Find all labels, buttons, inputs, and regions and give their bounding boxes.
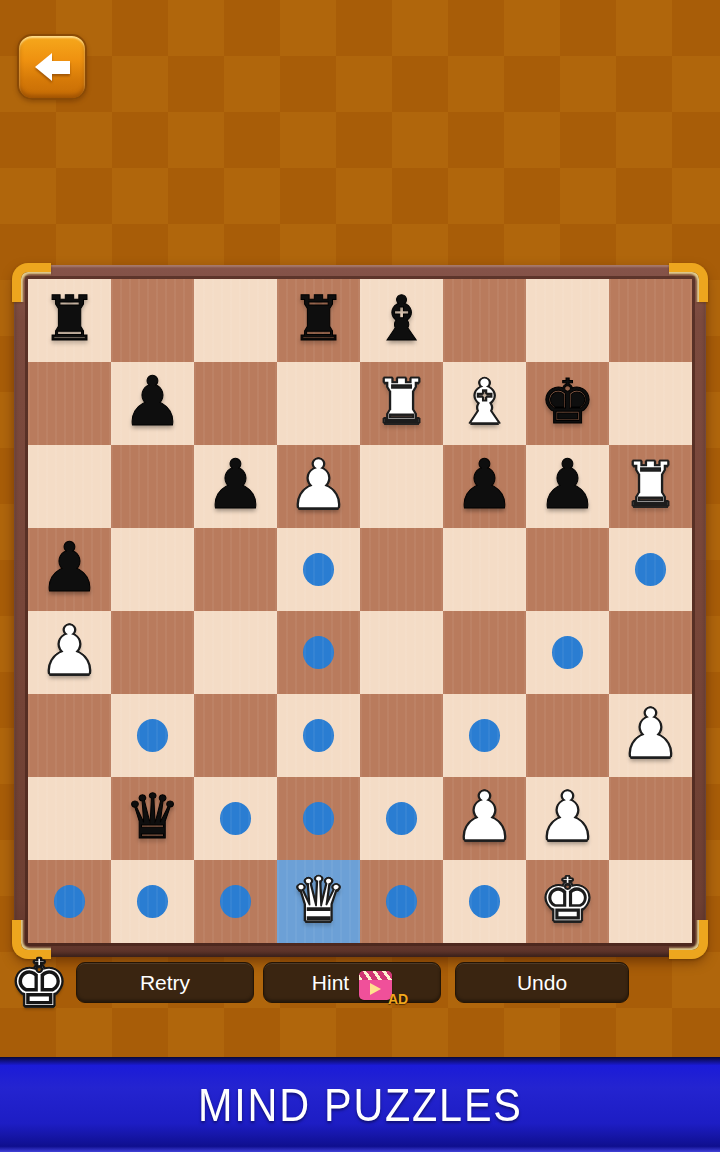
square-b3[interactable] <box>111 694 194 777</box>
piece-black-pawn: ♟ <box>537 451 598 519</box>
square-a2[interactable] <box>28 777 111 860</box>
piece-white-king: ♚ <box>540 869 596 931</box>
square-e1[interactable] <box>360 860 443 943</box>
retry-button[interactable]: Retry <box>76 962 254 1003</box>
legal-move-dot-h5 <box>635 553 666 586</box>
square-g5[interactable] <box>526 528 609 611</box>
piece-white-queen: ♛ <box>291 869 347 931</box>
legal-move-dot-c2 <box>220 802 251 835</box>
square-g4[interactable] <box>526 611 609 694</box>
square-h4[interactable] <box>609 611 692 694</box>
square-d7[interactable] <box>277 362 360 445</box>
square-b4[interactable] <box>111 611 194 694</box>
piece-black-bishop: ♝ <box>374 288 430 350</box>
piece-black-queen: ♛ <box>125 786 181 848</box>
square-a6[interactable] <box>28 445 111 528</box>
square-f6[interactable]: ♟ <box>443 445 526 528</box>
square-h1[interactable] <box>609 860 692 943</box>
legal-move-dot-b3 <box>137 719 168 752</box>
square-h6[interactable]: ♜ <box>609 445 692 528</box>
piece-black-rook: ♜ <box>291 288 347 350</box>
square-d6[interactable]: ♟ <box>277 445 360 528</box>
square-d3[interactable] <box>277 694 360 777</box>
piece-white-pawn: ♟ <box>454 783 515 851</box>
square-f4[interactable] <box>443 611 526 694</box>
banner-title: MIND PUZZLES <box>198 1077 522 1132</box>
square-g6[interactable]: ♟ <box>526 445 609 528</box>
piece-white-rook: ♜ <box>623 454 679 516</box>
legal-move-dot-e2 <box>386 802 417 835</box>
square-e7[interactable]: ♜ <box>360 362 443 445</box>
square-a8[interactable]: ♜ <box>28 279 111 362</box>
square-e3[interactable] <box>360 694 443 777</box>
square-e8[interactable]: ♝ <box>360 279 443 362</box>
clapperboard-stripes-icon <box>359 971 392 980</box>
legal-move-dot-d2 <box>303 802 334 835</box>
app-screen: ♜♜♝♟♜♝♚♟♟♟♟♜♟♟♟♛♟♟♛♚ ♚ Retry Hint AD Und… <box>0 0 720 1152</box>
square-f5[interactable] <box>443 528 526 611</box>
square-d8[interactable]: ♜ <box>277 279 360 362</box>
legal-move-dot-e1 <box>386 885 417 918</box>
retry-button-label: Retry <box>140 971 190 995</box>
square-b5[interactable] <box>111 528 194 611</box>
back-arrow-icon <box>35 53 70 81</box>
square-f8[interactable] <box>443 279 526 362</box>
piece-white-bishop: ♝ <box>457 371 513 433</box>
piece-black-pawn: ♟ <box>39 534 100 602</box>
square-c3[interactable] <box>194 694 277 777</box>
back-button[interactable] <box>17 34 87 100</box>
video-ad-icon: AD <box>359 971 392 1000</box>
square-a5[interactable]: ♟ <box>28 528 111 611</box>
square-h8[interactable] <box>609 279 692 362</box>
square-b6[interactable] <box>111 445 194 528</box>
square-c6[interactable]: ♟ <box>194 445 277 528</box>
piece-white-pawn: ♟ <box>288 451 349 519</box>
chess-board-frame: ♜♜♝♟♜♝♚♟♟♟♟♜♟♟♟♛♟♟♛♚ <box>14 265 706 957</box>
square-c8[interactable] <box>194 279 277 362</box>
play-triangle-icon <box>370 983 381 995</box>
square-a7[interactable] <box>28 362 111 445</box>
hint-button[interactable]: Hint AD <box>263 962 441 1003</box>
square-g7[interactable]: ♚ <box>526 362 609 445</box>
square-c7[interactable] <box>194 362 277 445</box>
square-f2[interactable]: ♟ <box>443 777 526 860</box>
square-e5[interactable] <box>360 528 443 611</box>
square-b1[interactable] <box>111 860 194 943</box>
legal-move-dot-g4 <box>552 636 583 669</box>
undo-button-label: Undo <box>517 971 567 995</box>
square-h3[interactable]: ♟ <box>609 694 692 777</box>
piece-black-rook: ♜ <box>42 288 98 350</box>
legal-move-dot-f1 <box>469 885 500 918</box>
square-d4[interactable] <box>277 611 360 694</box>
legal-move-dot-d4 <box>303 636 334 669</box>
legal-move-dot-b1 <box>137 885 168 918</box>
ad-badge: AD <box>388 991 408 1007</box>
square-a1[interactable] <box>28 860 111 943</box>
square-e6[interactable] <box>360 445 443 528</box>
square-b8[interactable] <box>111 279 194 362</box>
piece-white-pawn: ♟ <box>537 783 598 851</box>
square-g3[interactable] <box>526 694 609 777</box>
legal-move-dot-d3 <box>303 719 334 752</box>
legal-move-dot-c1 <box>220 885 251 918</box>
piece-black-pawn: ♟ <box>122 368 183 436</box>
square-d5[interactable] <box>277 528 360 611</box>
square-e2[interactable] <box>360 777 443 860</box>
square-d2[interactable] <box>277 777 360 860</box>
chess-board: ♜♜♝♟♜♝♚♟♟♟♟♜♟♟♟♛♟♟♛♚ <box>28 279 692 943</box>
legal-move-dot-a1 <box>54 885 85 918</box>
square-f7[interactable]: ♝ <box>443 362 526 445</box>
piece-black-pawn: ♟ <box>205 451 266 519</box>
square-c5[interactable] <box>194 528 277 611</box>
square-g1[interactable]: ♚ <box>526 860 609 943</box>
square-b7[interactable]: ♟ <box>111 362 194 445</box>
legal-move-dot-d5 <box>303 553 334 586</box>
square-f3[interactable] <box>443 694 526 777</box>
square-f1[interactable] <box>443 860 526 943</box>
square-d1[interactable]: ♛ <box>277 860 360 943</box>
piece-white-pawn: ♟ <box>39 617 100 685</box>
piece-black-pawn: ♟ <box>454 451 515 519</box>
square-h7[interactable] <box>609 362 692 445</box>
square-c2[interactable] <box>194 777 277 860</box>
mind-puzzles-ad-banner[interactable]: MIND PUZZLES <box>0 1057 720 1152</box>
hint-button-label: Hint <box>312 971 349 995</box>
square-b2[interactable]: ♛ <box>111 777 194 860</box>
square-h5[interactable] <box>609 528 692 611</box>
square-g8[interactable] <box>526 279 609 362</box>
undo-button[interactable]: Undo <box>455 962 629 1003</box>
white-king-turn-indicator-icon: ♚ <box>3 948 75 1020</box>
legal-move-dot-f3 <box>469 719 500 752</box>
square-a3[interactable] <box>28 694 111 777</box>
square-g2[interactable]: ♟ <box>526 777 609 860</box>
square-e4[interactable] <box>360 611 443 694</box>
square-h2[interactable] <box>609 777 692 860</box>
piece-black-king: ♚ <box>540 371 596 433</box>
square-c1[interactable] <box>194 860 277 943</box>
piece-white-rook: ♜ <box>374 371 430 433</box>
piece-white-pawn: ♟ <box>620 700 681 768</box>
square-c4[interactable] <box>194 611 277 694</box>
square-a4[interactable]: ♟ <box>28 611 111 694</box>
